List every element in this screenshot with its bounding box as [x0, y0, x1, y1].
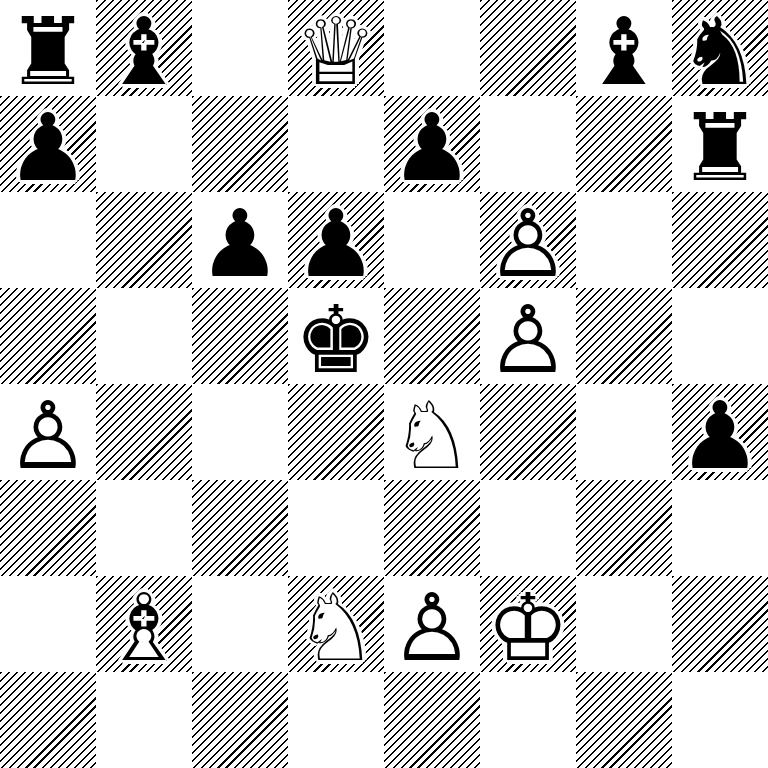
piece-glyph: ♜: [0, 4, 96, 100]
piece-black-pawn[interactable]: ♟♟: [192, 192, 288, 288]
piece-glyph: ♜: [672, 100, 768, 196]
square-a6[interactable]: [0, 192, 96, 288]
square-h2[interactable]: [672, 576, 768, 672]
square-d8[interactable]: ♛♕: [288, 0, 384, 96]
square-h6[interactable]: [672, 192, 768, 288]
square-c3[interactable]: [192, 480, 288, 576]
square-b7[interactable]: [96, 96, 192, 192]
square-h4[interactable]: ♟♟: [672, 384, 768, 480]
square-b8[interactable]: ♝♝: [96, 0, 192, 96]
square-a5[interactable]: [0, 288, 96, 384]
piece-black-pawn[interactable]: ♟♟: [288, 192, 384, 288]
square-h5[interactable]: [672, 288, 768, 384]
piece-glyph: ♞: [672, 4, 768, 100]
square-e1[interactable]: [384, 672, 480, 768]
square-g2[interactable]: [576, 576, 672, 672]
square-g6[interactable]: [576, 192, 672, 288]
square-d1[interactable]: [288, 672, 384, 768]
square-d4[interactable]: [288, 384, 384, 480]
piece-glyph: ♟: [192, 196, 288, 292]
square-b2[interactable]: ♝♗: [96, 576, 192, 672]
square-d5[interactable]: ♚♚: [288, 288, 384, 384]
square-d3[interactable]: [288, 480, 384, 576]
square-d6[interactable]: ♟♟: [288, 192, 384, 288]
square-a1[interactable]: [0, 672, 96, 768]
square-e8[interactable]: [384, 0, 480, 96]
piece-black-pawn[interactable]: ♟♟: [384, 96, 480, 192]
square-e3[interactable]: [384, 480, 480, 576]
square-b6[interactable]: [96, 192, 192, 288]
piece-glyph: ♘: [288, 580, 384, 676]
piece-black-pawn[interactable]: ♟♟: [672, 384, 768, 480]
square-g1[interactable]: [576, 672, 672, 768]
square-a7[interactable]: ♟♟: [0, 96, 96, 192]
square-b3[interactable]: [96, 480, 192, 576]
square-e4[interactable]: ♞♘: [384, 384, 480, 480]
piece-glyph: ♟: [288, 196, 384, 292]
square-e7[interactable]: ♟♟: [384, 96, 480, 192]
piece-white-knight[interactable]: ♞♘: [288, 576, 384, 672]
piece-white-pawn[interactable]: ♟♙: [480, 288, 576, 384]
square-c6[interactable]: ♟♟: [192, 192, 288, 288]
square-h1[interactable]: [672, 672, 768, 768]
square-f7[interactable]: [480, 96, 576, 192]
square-f6[interactable]: ♟♙: [480, 192, 576, 288]
square-f5[interactable]: ♟♙: [480, 288, 576, 384]
piece-glyph: ♔: [480, 580, 576, 676]
piece-black-king[interactable]: ♚♚: [288, 288, 384, 384]
piece-glyph: ♙: [384, 580, 480, 676]
piece-black-rook[interactable]: ♜♜: [0, 0, 96, 96]
square-g5[interactable]: [576, 288, 672, 384]
piece-glyph: ♝: [96, 4, 192, 100]
square-c4[interactable]: [192, 384, 288, 480]
piece-glyph: ♝: [576, 4, 672, 100]
chess-board: ♜♜♝♝♛♕♝♝♞♞♟♟♟♟♜♜♟♟♟♟♟♙♚♚♟♙♟♙♞♘♟♟♝♗♞♘♟♙♚♔: [0, 0, 768, 768]
square-c8[interactable]: [192, 0, 288, 96]
square-a4[interactable]: ♟♙: [0, 384, 96, 480]
square-b1[interactable]: [96, 672, 192, 768]
piece-white-queen[interactable]: ♛♕: [288, 0, 384, 96]
square-h8[interactable]: ♞♞: [672, 0, 768, 96]
piece-black-pawn[interactable]: ♟♟: [0, 96, 96, 192]
square-h7[interactable]: ♜♜: [672, 96, 768, 192]
square-c5[interactable]: [192, 288, 288, 384]
square-f1[interactable]: [480, 672, 576, 768]
piece-white-pawn[interactable]: ♟♙: [0, 384, 96, 480]
piece-glyph: ♗: [96, 580, 192, 676]
square-e5[interactable]: [384, 288, 480, 384]
square-c7[interactable]: [192, 96, 288, 192]
piece-glyph: ♟: [0, 100, 96, 196]
square-f2[interactable]: ♚♔: [480, 576, 576, 672]
square-e6[interactable]: [384, 192, 480, 288]
piece-glyph: ♙: [480, 292, 576, 388]
square-c1[interactable]: [192, 672, 288, 768]
piece-white-bishop[interactable]: ♝♗: [96, 576, 192, 672]
square-g3[interactable]: [576, 480, 672, 576]
piece-white-king[interactable]: ♚♔: [480, 576, 576, 672]
piece-black-knight[interactable]: ♞♞: [672, 0, 768, 96]
square-b4[interactable]: [96, 384, 192, 480]
piece-glyph: ♕: [288, 4, 384, 100]
square-g7[interactable]: [576, 96, 672, 192]
square-a8[interactable]: ♜♜: [0, 0, 96, 96]
square-g4[interactable]: [576, 384, 672, 480]
piece-glyph: ♟: [672, 388, 768, 484]
piece-glyph: ♙: [480, 196, 576, 292]
piece-glyph: ♙: [0, 388, 96, 484]
piece-white-pawn[interactable]: ♟♙: [480, 192, 576, 288]
piece-glyph: ♟: [384, 100, 480, 196]
square-f8[interactable]: [480, 0, 576, 96]
square-a2[interactable]: [0, 576, 96, 672]
piece-black-bishop[interactable]: ♝♝: [96, 0, 192, 96]
piece-glyph: ♘: [384, 388, 480, 484]
square-b5[interactable]: [96, 288, 192, 384]
square-d2[interactable]: ♞♘: [288, 576, 384, 672]
square-f3[interactable]: [480, 480, 576, 576]
square-c2[interactable]: [192, 576, 288, 672]
square-e2[interactable]: ♟♙: [384, 576, 480, 672]
piece-white-knight[interactable]: ♞♘: [384, 384, 480, 480]
piece-black-bishop[interactable]: ♝♝: [576, 0, 672, 96]
square-g8[interactable]: ♝♝: [576, 0, 672, 96]
square-d7[interactable]: [288, 96, 384, 192]
piece-black-rook[interactable]: ♜♜: [672, 96, 768, 192]
square-f4[interactable]: [480, 384, 576, 480]
piece-white-pawn[interactable]: ♟♙: [384, 576, 480, 672]
square-h3[interactable]: [672, 480, 768, 576]
piece-glyph: ♚: [288, 292, 384, 388]
square-a3[interactable]: [0, 480, 96, 576]
